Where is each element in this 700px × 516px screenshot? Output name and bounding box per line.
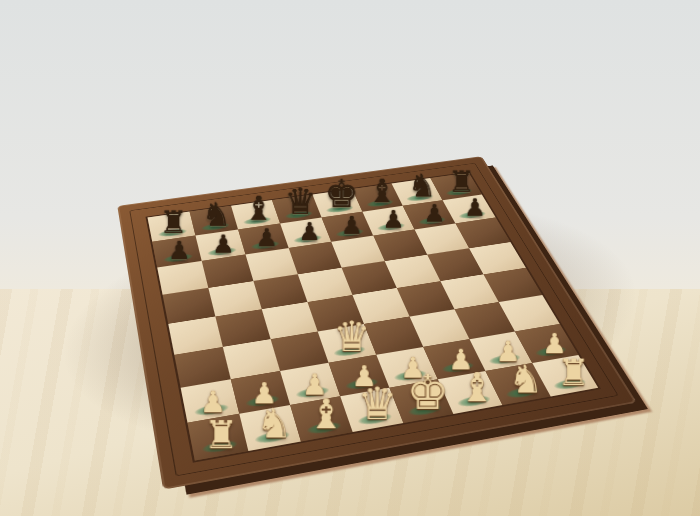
square-b5 bbox=[208, 281, 261, 316]
white-queen: ♛ bbox=[351, 382, 404, 427]
black-rook: ♜ bbox=[152, 207, 195, 238]
body: { "game": "chess", "set": { "name": "Bur… bbox=[0, 0, 700, 516]
black-queen: ♛ bbox=[279, 184, 321, 220]
black-pawn: ♟ bbox=[413, 201, 456, 225]
black-pawn: ♟ bbox=[157, 238, 201, 263]
black-pawn: ♟ bbox=[201, 232, 245, 257]
square-a7: ♟ bbox=[152, 236, 201, 268]
white-rook: ♜ bbox=[548, 354, 599, 390]
photo-scene: ♜♞♝♛♚♝♞♜♟♟♟♟♟♟♟♟♛♟♟♟♟♟♟♟♟♜♞♝♛♚♝♞♜ bbox=[0, 0, 700, 516]
black-king: ♚ bbox=[321, 175, 363, 213]
white-knight: ♞ bbox=[500, 360, 551, 399]
black-bishop: ♝ bbox=[361, 175, 403, 208]
white-bishop: ♝ bbox=[300, 394, 353, 435]
square-d3: ♛ bbox=[318, 324, 377, 363]
white-rook: ♜ bbox=[194, 415, 248, 454]
square-c7: ♟ bbox=[238, 224, 289, 255]
black-rook: ♜ bbox=[441, 167, 482, 197]
page: html,body{margin:0;padding:0;background:… bbox=[0, 0, 700, 516]
black-pawn: ♟ bbox=[330, 213, 373, 237]
black-pawn: ♟ bbox=[288, 219, 332, 244]
black-knight: ♞ bbox=[401, 171, 442, 203]
square-b1: ♞ bbox=[239, 405, 301, 451]
black-bishop: ♝ bbox=[238, 192, 281, 225]
black-knight: ♞ bbox=[195, 199, 238, 232]
square-b7: ♟ bbox=[195, 230, 245, 262]
black-pawn: ♟ bbox=[454, 196, 496, 220]
white-king: ♚ bbox=[402, 369, 454, 417]
white-queen: ♛ bbox=[327, 316, 376, 358]
square-a1: ♜ bbox=[188, 414, 249, 461]
white-knight: ♞ bbox=[248, 404, 301, 445]
black-pawn: ♟ bbox=[245, 226, 289, 251]
white-bishop: ♝ bbox=[451, 368, 503, 408]
black-pawn: ♟ bbox=[372, 207, 415, 231]
square-h3 bbox=[499, 295, 560, 332]
square-c3 bbox=[271, 332, 329, 372]
